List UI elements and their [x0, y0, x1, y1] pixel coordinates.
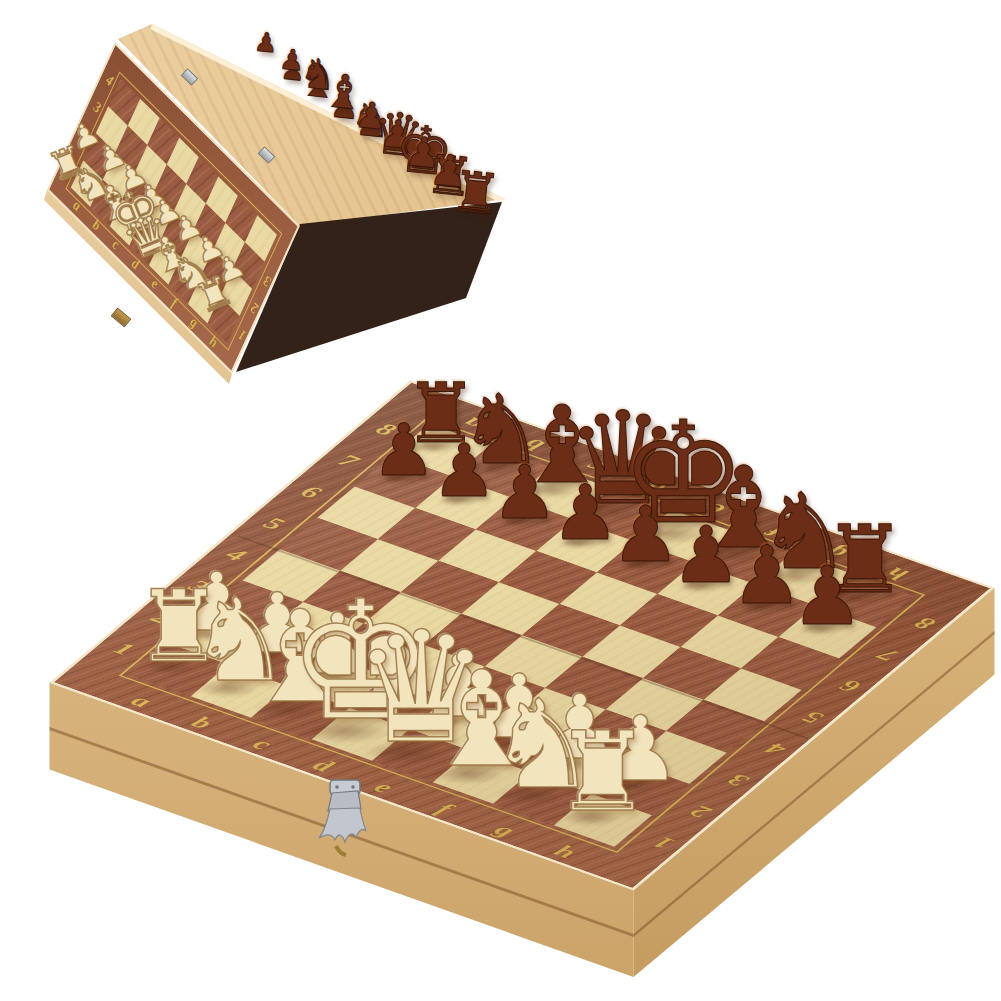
piece-dark-pawn-a7[interactable]: ♟ — [371, 414, 436, 486]
piece-dark-pawn-c7[interactable]: ♟ — [492, 455, 558, 529]
piece-dark-pawn-h7[interactable]: ♟ — [791, 556, 864, 637]
piece-dark-pawn-e7[interactable]: ♟ — [611, 495, 680, 572]
main-board-pieces: ♜♞♝♛♚♝♞♜♟♟♟♟♟♟♟♟♟♟♟♟♟♟♟♟♜♞♝♚♛♝♞♜ — [0, 0, 1001, 1001]
piece-white-rook-h1[interactable]: ♜ — [554, 717, 653, 827]
product-photo-scene: ♟♟♟♝♞♟♝♞♟♛♟♚♟♜♟♜ abcdefgh43321 ♜♞♝♚♛♝♞♜♟… — [0, 0, 1001, 1001]
piece-dark-pawn-d7[interactable]: ♟ — [551, 475, 619, 551]
metal-clasp — [306, 776, 378, 862]
piece-dark-pawn-b7[interactable]: ♟ — [431, 434, 496, 507]
